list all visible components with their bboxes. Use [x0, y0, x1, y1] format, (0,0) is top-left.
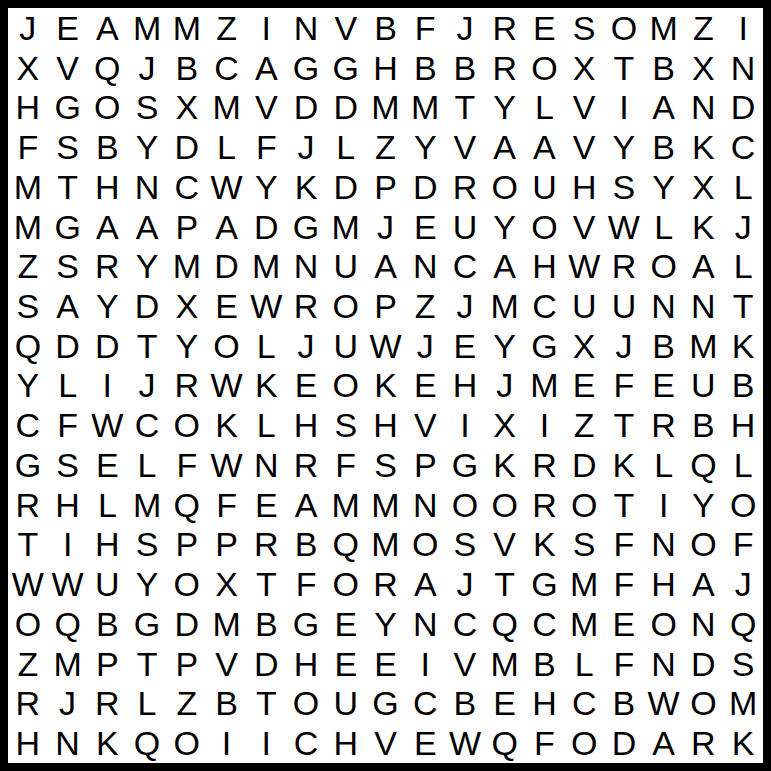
grid-cell[interactable]: E [525, 8, 565, 48]
grid-cell[interactable]: V [246, 87, 286, 127]
grid-cell[interactable]: K [684, 127, 724, 167]
grid-cell[interactable]: L [723, 445, 763, 485]
grid-cell[interactable]: R [286, 445, 326, 485]
grid-cell[interactable]: I [525, 405, 565, 445]
grid-cell[interactable]: O [167, 405, 207, 445]
grid-cell[interactable]: J [48, 684, 88, 724]
grid-cell[interactable]: E [366, 644, 406, 684]
grid-cell[interactable]: J [445, 564, 485, 604]
grid-cell[interactable]: D [246, 644, 286, 684]
grid-cell[interactable]: M [366, 87, 406, 127]
grid-cell[interactable]: E [286, 366, 326, 406]
grid-cell[interactable]: R [286, 286, 326, 326]
grid-cell[interactable]: D [326, 87, 366, 127]
grid-cell[interactable]: G [326, 48, 366, 88]
grid-cell[interactable]: I [644, 485, 684, 525]
grid-cell[interactable]: M [564, 604, 604, 644]
grid-cell[interactable]: I [87, 366, 127, 406]
grid-cell[interactable]: X [684, 48, 724, 88]
grid-cell[interactable]: G [286, 207, 326, 247]
grid-cell[interactable]: N [286, 246, 326, 286]
grid-cell[interactable]: D [167, 127, 207, 167]
grid-cell[interactable]: U [326, 326, 366, 366]
grid-cell[interactable]: S [564, 525, 604, 565]
grid-cell[interactable]: K [604, 445, 644, 485]
grid-cell[interactable]: L [207, 127, 247, 167]
grid-cell[interactable]: A [644, 87, 684, 127]
grid-cell[interactable]: Q [684, 445, 724, 485]
grid-cell[interactable]: H [286, 644, 326, 684]
grid-cell[interactable]: P [167, 525, 207, 565]
grid-cell[interactable]: M [564, 564, 604, 604]
grid-cell[interactable]: Y [127, 246, 167, 286]
grid-cell[interactable]: E [48, 8, 88, 48]
grid-cell[interactable]: G [445, 445, 485, 485]
grid-cell[interactable]: H [525, 246, 565, 286]
grid-cell[interactable]: A [366, 246, 406, 286]
grid-cell[interactable]: W [207, 366, 247, 406]
grid-cell[interactable]: T [485, 564, 525, 604]
grid-cell[interactable]: T [8, 525, 48, 565]
grid-cell[interactable]: D [723, 87, 763, 127]
grid-cell[interactable]: W [207, 445, 247, 485]
grid-cell[interactable]: O [207, 326, 247, 366]
grid-cell[interactable]: N [286, 8, 326, 48]
grid-cell[interactable]: W [246, 286, 286, 326]
grid-cell[interactable]: B [445, 48, 485, 88]
grid-cell[interactable]: J [366, 207, 406, 247]
grid-cell[interactable]: R [684, 723, 724, 763]
grid-cell[interactable]: I [604, 87, 644, 127]
grid-cell[interactable]: M [485, 644, 525, 684]
grid-cell[interactable]: L [127, 684, 167, 724]
grid-cell[interactable]: Y [8, 366, 48, 406]
grid-cell[interactable]: J [405, 326, 445, 366]
grid-cell[interactable]: J [445, 8, 485, 48]
grid-cell[interactable]: W [48, 564, 88, 604]
grid-cell[interactable]: P [405, 445, 445, 485]
grid-cell[interactable]: L [48, 366, 88, 406]
grid-cell[interactable]: A [525, 127, 565, 167]
grid-cell[interactable]: O [326, 564, 366, 604]
grid-cell[interactable]: F [723, 525, 763, 565]
grid-cell[interactable]: Q [485, 723, 525, 763]
grid-cell[interactable]: S [48, 246, 88, 286]
grid-cell[interactable]: M [405, 87, 445, 127]
grid-cell[interactable]: F [8, 127, 48, 167]
grid-cell[interactable]: T [604, 405, 644, 445]
grid-cell[interactable]: L [326, 127, 366, 167]
grid-cell[interactable]: A [405, 564, 445, 604]
grid-cell[interactable]: N [644, 286, 684, 326]
grid-cell[interactable]: B [207, 684, 247, 724]
grid-cell[interactable]: O [167, 564, 207, 604]
grid-cell[interactable]: B [87, 127, 127, 167]
grid-cell[interactable]: Z [564, 405, 604, 445]
grid-cell[interactable]: D [405, 167, 445, 207]
grid-cell[interactable]: O [604, 8, 644, 48]
grid-cell[interactable]: M [684, 326, 724, 366]
grid-cell[interactable]: C [525, 286, 565, 326]
grid-cell[interactable]: N [405, 246, 445, 286]
grid-cell[interactable]: N [684, 604, 724, 644]
grid-cell[interactable]: M [723, 684, 763, 724]
grid-cell[interactable]: R [525, 485, 565, 525]
grid-cell[interactable]: C [207, 48, 247, 88]
grid-cell[interactable]: Z [405, 286, 445, 326]
grid-cell[interactable]: S [445, 525, 485, 565]
grid-cell[interactable]: G [525, 564, 565, 604]
grid-cell[interactable]: F [286, 564, 326, 604]
grid-cell[interactable]: B [405, 48, 445, 88]
grid-cell[interactable]: N [684, 286, 724, 326]
grid-cell[interactable]: S [48, 445, 88, 485]
grid-cell[interactable]: T [246, 684, 286, 724]
grid-cell[interactable]: J [723, 564, 763, 604]
grid-cell[interactable]: E [246, 485, 286, 525]
grid-cell[interactable]: D [604, 723, 644, 763]
grid-cell[interactable]: R [8, 485, 48, 525]
grid-cell[interactable]: H [366, 48, 406, 88]
grid-cell[interactable]: P [366, 167, 406, 207]
grid-cell[interactable]: O [485, 485, 525, 525]
grid-cell[interactable]: N [644, 525, 684, 565]
grid-cell[interactable]: R [445, 167, 485, 207]
grid-cell[interactable]: H [525, 684, 565, 724]
grid-cell[interactable]: Y [644, 167, 684, 207]
grid-cell[interactable]: E [564, 366, 604, 406]
grid-cell[interactable]: H [286, 405, 326, 445]
grid-cell[interactable]: T [246, 564, 286, 604]
grid-cell[interactable]: F [405, 8, 445, 48]
grid-cell[interactable]: F [604, 525, 644, 565]
grid-cell[interactable]: M [127, 485, 167, 525]
grid-cell[interactable]: C [167, 167, 207, 207]
grid-cell[interactable]: H [723, 405, 763, 445]
grid-cell[interactable]: U [525, 167, 565, 207]
grid-cell[interactable]: O [326, 286, 366, 326]
grid-cell[interactable]: U [604, 286, 644, 326]
grid-cell[interactable]: K [207, 405, 247, 445]
grid-cell[interactable]: Z [8, 644, 48, 684]
grid-cell[interactable]: Q [167, 485, 207, 525]
grid-cell[interactable]: V [405, 405, 445, 445]
grid-cell[interactable]: M [366, 525, 406, 565]
grid-cell[interactable]: T [48, 167, 88, 207]
grid-cell[interactable]: V [48, 48, 88, 88]
grid-cell[interactable]: W [366, 326, 406, 366]
grid-cell[interactable]: R [8, 684, 48, 724]
grid-cell[interactable]: L [723, 167, 763, 207]
grid-cell[interactable]: G [525, 326, 565, 366]
grid-cell[interactable]: O [326, 366, 366, 406]
grid-cell[interactable]: K [87, 723, 127, 763]
grid-cell[interactable]: L [525, 87, 565, 127]
grid-cell[interactable]: B [525, 644, 565, 684]
grid-cell[interactable]: B [723, 366, 763, 406]
grid-cell[interactable]: T [604, 48, 644, 88]
grid-cell[interactable]: W [445, 723, 485, 763]
grid-cell[interactable]: G [366, 684, 406, 724]
grid-cell[interactable]: K [525, 525, 565, 565]
grid-cell[interactable]: S [564, 8, 604, 48]
grid-cell[interactable]: U [326, 246, 366, 286]
grid-cell[interactable]: H [87, 167, 127, 207]
grid-cell[interactable]: S [8, 286, 48, 326]
grid-cell[interactable]: P [366, 286, 406, 326]
grid-cell[interactable]: N [48, 723, 88, 763]
grid-cell[interactable]: Q [87, 48, 127, 88]
grid-cell[interactable]: L [644, 445, 684, 485]
grid-cell[interactable]: S [326, 405, 366, 445]
grid-cell[interactable]: D [286, 87, 326, 127]
grid-cell[interactable]: G [127, 604, 167, 644]
grid-cell[interactable]: R [366, 564, 406, 604]
grid-cell[interactable]: D [167, 604, 207, 644]
grid-cell[interactable]: R [604, 246, 644, 286]
grid-cell[interactable]: I [48, 525, 88, 565]
grid-cell[interactable]: A [286, 485, 326, 525]
grid-cell[interactable]: X [564, 48, 604, 88]
grid-cell[interactable]: Z [167, 684, 207, 724]
grid-cell[interactable]: O [8, 604, 48, 644]
grid-cell[interactable]: U [445, 207, 485, 247]
grid-cell[interactable]: A [127, 207, 167, 247]
grid-cell[interactable]: B [644, 48, 684, 88]
grid-cell[interactable]: G [48, 207, 88, 247]
grid-cell[interactable]: O [405, 525, 445, 565]
grid-cell[interactable]: B [87, 604, 127, 644]
grid-cell[interactable]: V [564, 207, 604, 247]
grid-cell[interactable]: N [246, 445, 286, 485]
grid-cell[interactable]: O [485, 167, 525, 207]
grid-cell[interactable]: E [485, 684, 525, 724]
grid-cell[interactable]: Y [366, 604, 406, 644]
grid-cell[interactable]: K [485, 445, 525, 485]
grid-cell[interactable]: A [485, 127, 525, 167]
grid-cell[interactable]: I [246, 723, 286, 763]
grid-cell[interactable]: A [48, 286, 88, 326]
grid-cell[interactable]: I [445, 405, 485, 445]
grid-cell[interactable]: S [127, 525, 167, 565]
grid-cell[interactable]: Q [485, 604, 525, 644]
grid-cell[interactable]: K [246, 366, 286, 406]
grid-cell[interactable]: J [286, 127, 326, 167]
grid-cell[interactable]: C [445, 604, 485, 644]
grid-cell[interactable]: D [684, 644, 724, 684]
grid-cell[interactable]: R [485, 8, 525, 48]
grid-cell[interactable]: F [48, 405, 88, 445]
grid-cell[interactable]: N [723, 48, 763, 88]
grid-cell[interactable]: B [644, 326, 684, 366]
grid-cell[interactable]: Q [723, 604, 763, 644]
grid-cell[interactable]: D [127, 286, 167, 326]
grid-cell[interactable]: U [87, 564, 127, 604]
grid-cell[interactable]: M [167, 246, 207, 286]
grid-cell[interactable]: I [723, 8, 763, 48]
grid-cell[interactable]: E [644, 366, 684, 406]
grid-cell[interactable]: R [87, 684, 127, 724]
grid-cell[interactable]: I [405, 644, 445, 684]
grid-cell[interactable]: R [644, 405, 684, 445]
grid-cell[interactable]: Q [326, 525, 366, 565]
grid-cell[interactable]: V [485, 525, 525, 565]
grid-cell[interactable]: G [8, 445, 48, 485]
grid-cell[interactable]: G [48, 87, 88, 127]
grid-cell[interactable]: R [525, 445, 565, 485]
grid-cell[interactable]: A [87, 8, 127, 48]
grid-cell[interactable]: W [87, 405, 127, 445]
grid-cell[interactable]: T [604, 485, 644, 525]
grid-cell[interactable]: V [564, 87, 604, 127]
grid-cell[interactable]: B [366, 8, 406, 48]
grid-cell[interactable]: I [207, 723, 247, 763]
grid-cell[interactable]: Y [485, 207, 525, 247]
grid-cell[interactable]: M [8, 167, 48, 207]
grid-cell[interactable]: A [485, 246, 525, 286]
grid-cell[interactable]: C [127, 405, 167, 445]
grid-cell[interactable]: N [405, 485, 445, 525]
grid-cell[interactable]: E [604, 604, 644, 644]
grid-cell[interactable]: D [48, 326, 88, 366]
grid-cell[interactable]: H [445, 366, 485, 406]
grid-cell[interactable]: Q [8, 326, 48, 366]
grid-cell[interactable]: C [286, 723, 326, 763]
grid-cell[interactable]: F [326, 445, 366, 485]
grid-cell[interactable]: E [326, 644, 366, 684]
grid-cell[interactable]: I [246, 8, 286, 48]
grid-cell[interactable]: G [286, 604, 326, 644]
grid-cell[interactable]: J [485, 366, 525, 406]
grid-cell[interactable]: O [564, 485, 604, 525]
grid-cell[interactable]: Q [48, 604, 88, 644]
grid-cell[interactable]: Y [87, 286, 127, 326]
grid-cell[interactable]: A [207, 207, 247, 247]
grid-cell[interactable]: N [127, 167, 167, 207]
grid-cell[interactable]: O [644, 604, 684, 644]
grid-cell[interactable]: B [445, 684, 485, 724]
grid-cell[interactable]: A [684, 564, 724, 604]
grid-cell[interactable]: F [604, 366, 644, 406]
grid-cell[interactable]: A [644, 723, 684, 763]
grid-cell[interactable]: P [207, 525, 247, 565]
grid-cell[interactable]: F [525, 723, 565, 763]
grid-cell[interactable]: Q [127, 723, 167, 763]
grid-cell[interactable]: X [485, 405, 525, 445]
grid-cell[interactable]: J [286, 326, 326, 366]
grid-cell[interactable]: H [8, 723, 48, 763]
grid-cell[interactable]: V [445, 644, 485, 684]
grid-cell[interactable]: X [8, 48, 48, 88]
grid-cell[interactable]: F [604, 564, 644, 604]
grid-cell[interactable]: L [644, 207, 684, 247]
grid-cell[interactable]: O [684, 684, 724, 724]
grid-cell[interactable]: V [445, 127, 485, 167]
grid-cell[interactable]: M [246, 246, 286, 286]
grid-cell[interactable]: V [207, 644, 247, 684]
grid-cell[interactable]: M [167, 8, 207, 48]
grid-cell[interactable]: H [326, 723, 366, 763]
grid-cell[interactable]: F [604, 644, 644, 684]
grid-cell[interactable]: F [167, 445, 207, 485]
grid-cell[interactable]: H [366, 405, 406, 445]
grid-cell[interactable]: O [525, 48, 565, 88]
grid-cell[interactable]: J [127, 48, 167, 88]
grid-cell[interactable]: Z [366, 127, 406, 167]
grid-cell[interactable]: C [405, 684, 445, 724]
grid-cell[interactable]: O [286, 684, 326, 724]
grid-cell[interactable]: P [87, 644, 127, 684]
grid-cell[interactable]: M [525, 366, 565, 406]
grid-cell[interactable]: K [684, 207, 724, 247]
grid-cell[interactable]: T [127, 644, 167, 684]
grid-cell[interactable]: O [167, 723, 207, 763]
grid-cell[interactable]: H [87, 525, 127, 565]
grid-cell[interactable]: Y [405, 127, 445, 167]
grid-cell[interactable]: B [286, 525, 326, 565]
grid-cell[interactable]: S [723, 644, 763, 684]
grid-cell[interactable]: N [684, 87, 724, 127]
grid-cell[interactable]: O [525, 207, 565, 247]
grid-cell[interactable]: U [564, 286, 604, 326]
grid-cell[interactable]: O [87, 87, 127, 127]
grid-cell[interactable]: Y [167, 326, 207, 366]
grid-cell[interactable]: M [8, 207, 48, 247]
grid-cell[interactable]: X [564, 326, 604, 366]
grid-cell[interactable]: O [445, 485, 485, 525]
grid-cell[interactable]: L [723, 246, 763, 286]
grid-cell[interactable]: B [246, 604, 286, 644]
grid-cell[interactable]: U [684, 366, 724, 406]
grid-cell[interactable]: L [246, 326, 286, 366]
grid-cell[interactable]: W [8, 564, 48, 604]
grid-cell[interactable]: Y [604, 127, 644, 167]
grid-cell[interactable]: C [525, 604, 565, 644]
grid-cell[interactable]: J [723, 207, 763, 247]
grid-cell[interactable]: Y [684, 485, 724, 525]
grid-cell[interactable]: D [87, 326, 127, 366]
grid-cell[interactable]: Z [207, 8, 247, 48]
grid-cell[interactable]: E [405, 207, 445, 247]
grid-cell[interactable]: P [167, 644, 207, 684]
grid-cell[interactable]: Z [8, 246, 48, 286]
grid-cell[interactable]: W [207, 167, 247, 207]
grid-cell[interactable]: K [723, 326, 763, 366]
grid-cell[interactable]: T [445, 87, 485, 127]
grid-cell[interactable]: M [48, 644, 88, 684]
grid-cell[interactable]: Y [485, 87, 525, 127]
grid-cell[interactable]: M [207, 604, 247, 644]
grid-cell[interactable]: S [48, 127, 88, 167]
grid-cell[interactable]: V [326, 8, 366, 48]
grid-cell[interactable]: M [644, 8, 684, 48]
grid-cell[interactable]: F [207, 485, 247, 525]
grid-cell[interactable]: J [445, 286, 485, 326]
grid-cell[interactable]: Y [246, 167, 286, 207]
grid-cell[interactable]: S [604, 167, 644, 207]
grid-cell[interactable]: M [326, 207, 366, 247]
grid-cell[interactable]: K [366, 366, 406, 406]
grid-cell[interactable]: H [564, 167, 604, 207]
grid-cell[interactable]: L [246, 405, 286, 445]
grid-cell[interactable]: M [485, 286, 525, 326]
grid-cell[interactable]: Y [127, 564, 167, 604]
grid-cell[interactable]: J [604, 326, 644, 366]
grid-cell[interactable]: N [405, 604, 445, 644]
grid-cell[interactable]: M [326, 485, 366, 525]
grid-cell[interactable]: U [326, 684, 366, 724]
grid-cell[interactable]: B [684, 405, 724, 445]
